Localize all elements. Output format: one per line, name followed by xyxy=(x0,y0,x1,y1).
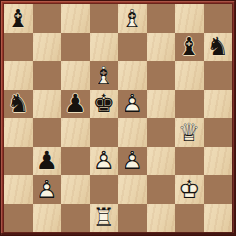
square-h5[interactable] xyxy=(204,90,233,119)
square-d7[interactable] xyxy=(90,33,119,62)
piece-white-queen-g4: ♛♕ xyxy=(175,118,204,147)
piece-white-pawn-b2: ♟♙ xyxy=(33,175,62,204)
square-f4[interactable] xyxy=(147,118,176,147)
square-b2[interactable]: ♟♙ xyxy=(33,175,62,204)
square-f1[interactable] xyxy=(147,204,176,233)
piece-white-bishop-d6: ♝♗ xyxy=(90,61,119,90)
square-d6[interactable]: ♝♗ xyxy=(90,61,119,90)
square-a4[interactable] xyxy=(4,118,33,147)
square-f5[interactable] xyxy=(147,90,176,119)
piece-white-pawn-e5: ♟♙ xyxy=(118,90,147,119)
piece-white-king-g2: ♚♔ xyxy=(175,175,204,204)
square-c6[interactable] xyxy=(61,61,90,90)
piece-black-pawn-b3: ♟ xyxy=(33,147,62,176)
square-f6[interactable] xyxy=(147,61,176,90)
piece-black-king-d5: ♚ xyxy=(90,90,119,119)
square-c3[interactable] xyxy=(61,147,90,176)
square-e5[interactable]: ♟♙ xyxy=(118,90,147,119)
piece-white-pawn-e3: ♟♙ xyxy=(118,147,147,176)
square-f7[interactable] xyxy=(147,33,176,62)
square-h4[interactable] xyxy=(204,118,233,147)
square-b5[interactable] xyxy=(33,90,62,119)
square-a8[interactable]: ♝ xyxy=(4,4,33,33)
square-e8[interactable]: ♝♗ xyxy=(118,4,147,33)
square-e2[interactable] xyxy=(118,175,147,204)
piece-black-bishop-a8: ♝ xyxy=(4,4,33,33)
piece-black-bishop-g7: ♝ xyxy=(175,33,204,62)
square-h1[interactable] xyxy=(204,204,233,233)
piece-black-pawn-c5: ♟ xyxy=(61,90,90,119)
square-d5[interactable]: ♚ xyxy=(90,90,119,119)
square-e4[interactable] xyxy=(118,118,147,147)
piece-white-pawn-d3: ♟♙ xyxy=(90,147,119,176)
square-b7[interactable] xyxy=(33,33,62,62)
square-h3[interactable] xyxy=(204,147,233,176)
piece-black-knight-h7: ♞ xyxy=(204,33,233,62)
square-b3[interactable]: ♟ xyxy=(33,147,62,176)
chess-diagram: ♝♝♗♝♞♝♗♞♟♚♟♙♛♕♟♟♙♟♙♟♙♚♔♜♖ xyxy=(0,0,236,236)
square-a2[interactable] xyxy=(4,175,33,204)
square-c7[interactable] xyxy=(61,33,90,62)
square-b8[interactable] xyxy=(33,4,62,33)
square-a6[interactable] xyxy=(4,61,33,90)
square-f2[interactable] xyxy=(147,175,176,204)
square-c4[interactable] xyxy=(61,118,90,147)
square-e6[interactable] xyxy=(118,61,147,90)
square-d4[interactable] xyxy=(90,118,119,147)
square-e3[interactable]: ♟♙ xyxy=(118,147,147,176)
square-g6[interactable] xyxy=(175,61,204,90)
square-d8[interactable] xyxy=(90,4,119,33)
square-b1[interactable] xyxy=(33,204,62,233)
square-b6[interactable] xyxy=(33,61,62,90)
piece-white-bishop-e8: ♝♗ xyxy=(118,4,147,33)
square-h8[interactable] xyxy=(204,4,233,33)
square-b4[interactable] xyxy=(33,118,62,147)
square-e7[interactable] xyxy=(118,33,147,62)
piece-white-rook-d1: ♜♖ xyxy=(90,204,119,233)
square-a5[interactable]: ♞ xyxy=(4,90,33,119)
square-c1[interactable] xyxy=(61,204,90,233)
square-h2[interactable] xyxy=(204,175,233,204)
square-g7[interactable]: ♝ xyxy=(175,33,204,62)
square-g3[interactable] xyxy=(175,147,204,176)
square-d1[interactable]: ♜♖ xyxy=(90,204,119,233)
square-a7[interactable] xyxy=(4,33,33,62)
square-g5[interactable] xyxy=(175,90,204,119)
square-e1[interactable] xyxy=(118,204,147,233)
square-g4[interactable]: ♛♕ xyxy=(175,118,204,147)
square-g1[interactable] xyxy=(175,204,204,233)
square-c5[interactable]: ♟ xyxy=(61,90,90,119)
square-a3[interactable] xyxy=(4,147,33,176)
square-f3[interactable] xyxy=(147,147,176,176)
square-d2[interactable] xyxy=(90,175,119,204)
square-h6[interactable] xyxy=(204,61,233,90)
square-c2[interactable] xyxy=(61,175,90,204)
square-f8[interactable] xyxy=(147,4,176,33)
square-a1[interactable] xyxy=(4,204,33,233)
square-g2[interactable]: ♚♔ xyxy=(175,175,204,204)
square-c8[interactable] xyxy=(61,4,90,33)
chess-board: ♝♝♗♝♞♝♗♞♟♚♟♙♛♕♟♟♙♟♙♟♙♚♔♜♖ xyxy=(4,4,232,232)
piece-black-knight-a5: ♞ xyxy=(4,90,33,119)
square-d3[interactable]: ♟♙ xyxy=(90,147,119,176)
square-g8[interactable] xyxy=(175,4,204,33)
square-h7[interactable]: ♞ xyxy=(204,33,233,62)
